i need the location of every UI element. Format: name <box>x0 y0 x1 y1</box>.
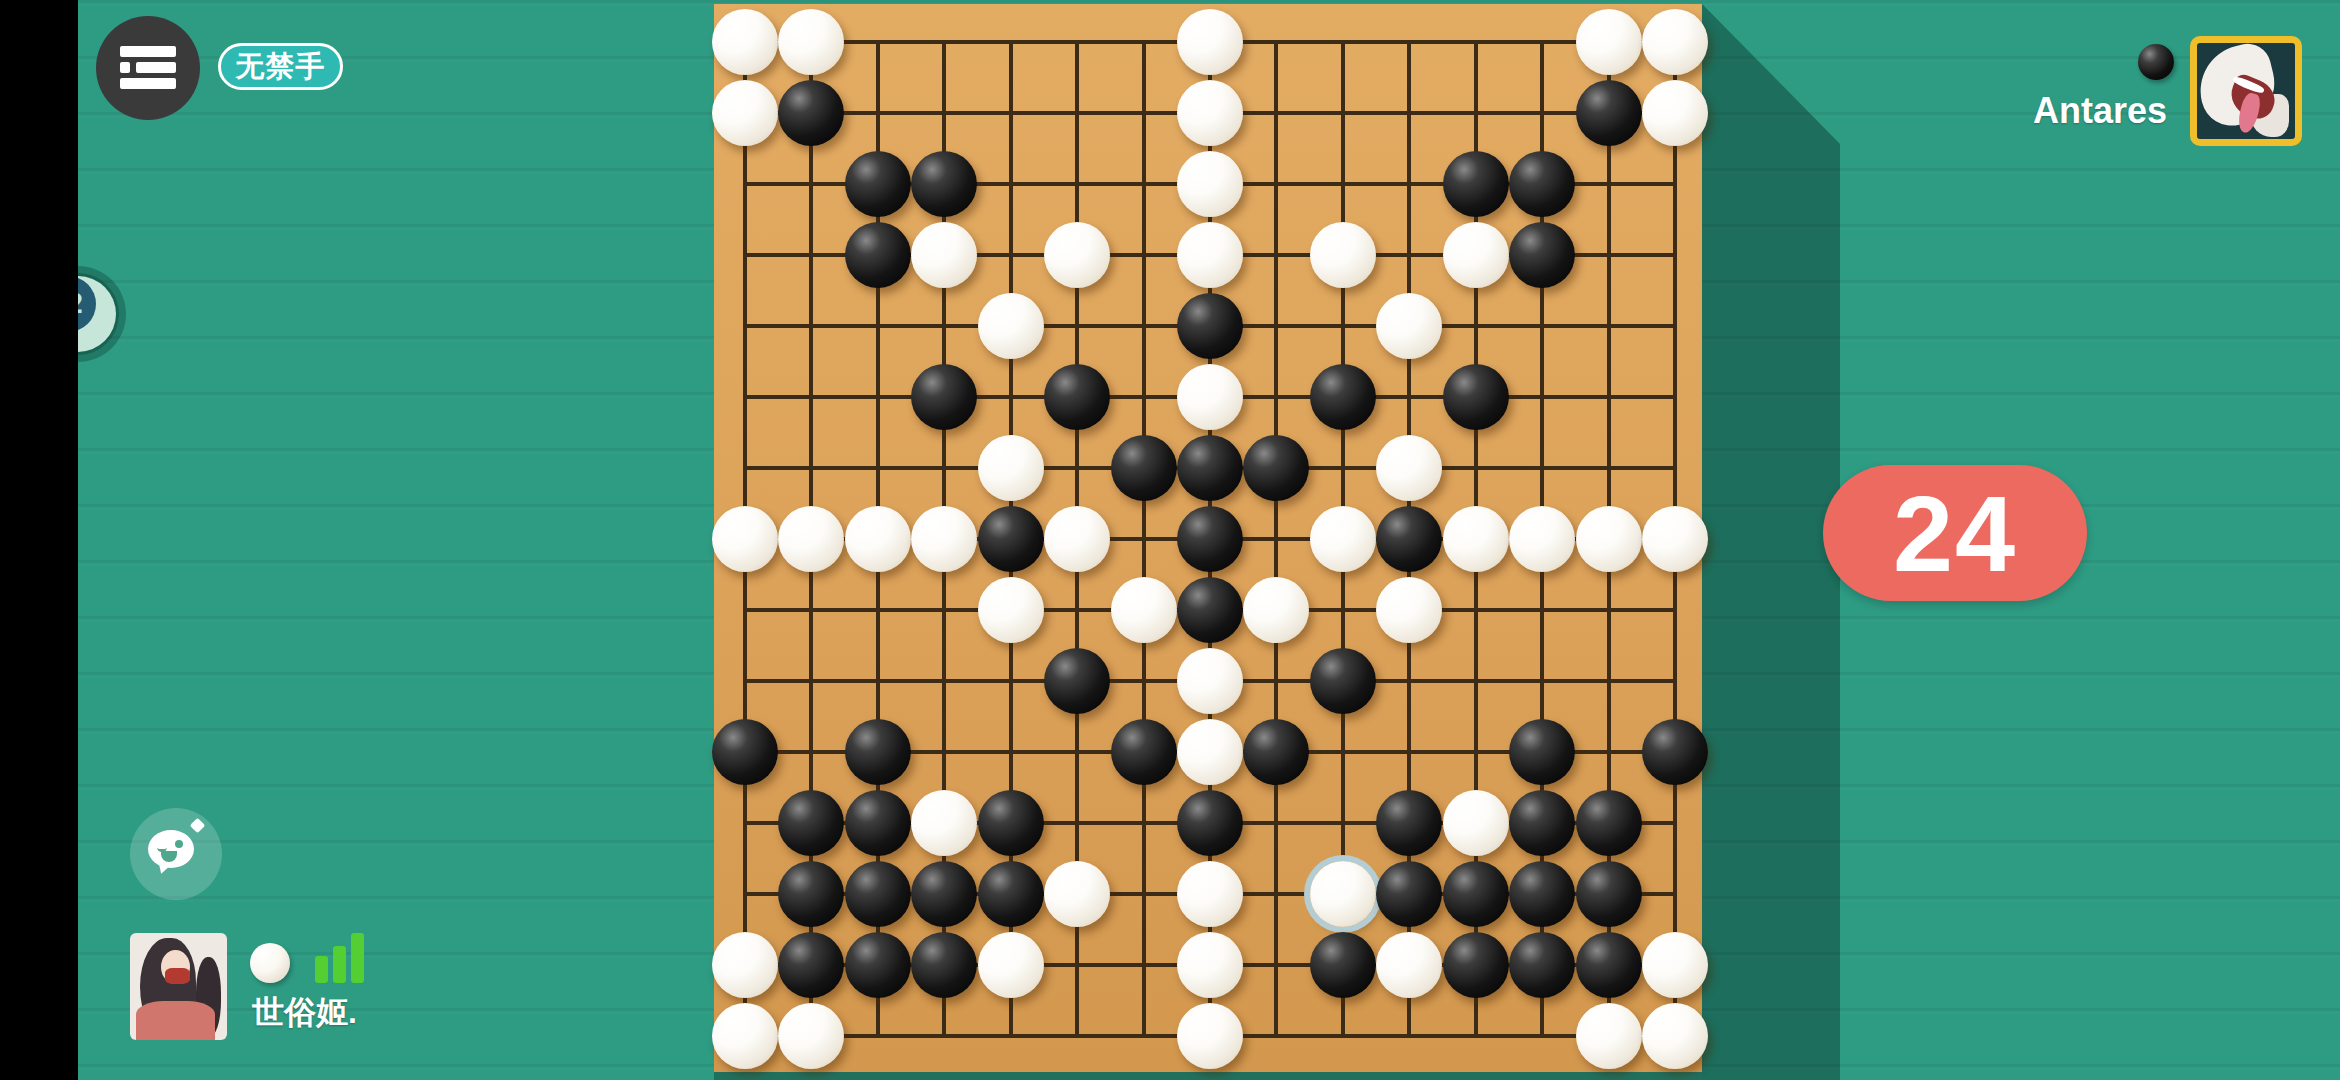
white-stone <box>1310 222 1376 288</box>
black-stone <box>1642 719 1708 785</box>
black-stone <box>1509 790 1575 856</box>
round-eye <box>175 840 183 848</box>
white-stone <box>1376 577 1442 643</box>
white-stone <box>1576 1003 1642 1069</box>
white-stone <box>1576 9 1642 75</box>
black-stone <box>1177 435 1243 501</box>
white-stone <box>712 932 778 998</box>
black-stone <box>1243 719 1309 785</box>
white-stone <box>1376 435 1442 501</box>
game-screen: 22 无禁手 世俗姬. Antare <box>0 0 2340 1080</box>
black-stone <box>845 790 911 856</box>
black-stone <box>1044 364 1110 430</box>
black-stone <box>845 151 911 217</box>
black-stone <box>1111 719 1177 785</box>
white-stone <box>1177 861 1243 927</box>
white-stone <box>1642 932 1708 998</box>
black-stone <box>1443 364 1509 430</box>
black-stone <box>1376 861 1442 927</box>
white-stone <box>845 506 911 572</box>
white-stone <box>1177 719 1243 785</box>
black-stone <box>1310 932 1376 998</box>
chat-emoji-button[interactable] <box>130 808 222 900</box>
black-stone <box>1509 932 1575 998</box>
white-stone <box>978 435 1044 501</box>
white-stone <box>1642 9 1708 75</box>
white-stone <box>1177 222 1243 288</box>
black-stone <box>1576 861 1642 927</box>
white-stone <box>911 222 977 288</box>
white-stone <box>1310 506 1376 572</box>
white-stone <box>1111 577 1177 643</box>
white-stone <box>712 1003 778 1069</box>
black-stone <box>1443 151 1509 217</box>
black-stone <box>1177 293 1243 359</box>
black-stone <box>978 790 1044 856</box>
black-stone <box>845 861 911 927</box>
black-stone <box>1509 861 1575 927</box>
white-stone-icon <box>250 943 290 983</box>
black-stone <box>845 719 911 785</box>
black-stone-icon <box>2138 44 2174 80</box>
opponent-player-name: Antares <box>2020 90 2180 132</box>
white-stone <box>1177 648 1243 714</box>
gomoku-board[interactable] <box>714 4 1702 1072</box>
black-stone <box>1509 719 1575 785</box>
black-stone <box>778 790 844 856</box>
white-stone <box>1509 506 1575 572</box>
white-stone <box>978 932 1044 998</box>
white-stone <box>1044 506 1110 572</box>
white-stone <box>1642 506 1708 572</box>
black-stone <box>1310 648 1376 714</box>
black-stone <box>911 861 977 927</box>
avatar-mask <box>165 968 190 984</box>
black-stone <box>1310 364 1376 430</box>
black-stone <box>1177 506 1243 572</box>
white-stone <box>778 9 844 75</box>
menu-button[interactable] <box>96 16 200 120</box>
avatar-dress <box>136 1001 216 1040</box>
chat-bubble-icon <box>148 830 194 868</box>
black-stone <box>1443 932 1509 998</box>
hamburger-icon <box>120 46 176 90</box>
self-player-name: 世俗姬. <box>252 991 357 1035</box>
black-stone <box>1376 506 1442 572</box>
black-stone <box>1443 861 1509 927</box>
black-stone <box>712 719 778 785</box>
white-stone <box>1243 577 1309 643</box>
black-stone <box>911 364 977 430</box>
white-stone <box>1177 151 1243 217</box>
black-stone <box>1509 151 1575 217</box>
black-stone <box>1576 80 1642 146</box>
white-stone <box>1642 80 1708 146</box>
white-stone <box>1044 861 1110 927</box>
white-stone <box>1443 790 1509 856</box>
black-stone <box>778 861 844 927</box>
white-stone <box>1576 506 1642 572</box>
grid-line <box>1274 40 1278 1038</box>
black-stone <box>1509 222 1575 288</box>
white-stone <box>1044 222 1110 288</box>
rule-badge-label: 无禁手 <box>236 47 326 87</box>
black-stone <box>911 932 977 998</box>
black-stone <box>1044 648 1110 714</box>
move-timer-badge: 24 <box>1823 465 2087 601</box>
black-stone <box>1376 790 1442 856</box>
white-stone <box>1443 506 1509 572</box>
white-stone <box>911 790 977 856</box>
white-stone <box>978 577 1044 643</box>
black-stone <box>1243 435 1309 501</box>
black-stone <box>1111 435 1177 501</box>
black-stone <box>978 506 1044 572</box>
black-stone <box>845 932 911 998</box>
black-stone <box>1576 790 1642 856</box>
white-stone <box>712 9 778 75</box>
black-stone <box>1576 932 1642 998</box>
black-stone <box>1177 577 1243 643</box>
sparkle-icon <box>190 818 206 834</box>
black-stone <box>778 932 844 998</box>
connection-signal-icon <box>315 933 375 983</box>
white-stone <box>1376 932 1442 998</box>
white-stone <box>978 293 1044 359</box>
board-drop-shadow <box>1702 4 1840 1080</box>
screen-edge-black-bar <box>0 0 78 1080</box>
white-stone <box>1177 364 1243 430</box>
self-avatar[interactable] <box>130 933 227 1040</box>
white-stone <box>1310 861 1376 927</box>
white-stone <box>712 80 778 146</box>
white-stone <box>1177 9 1243 75</box>
opponent-avatar[interactable] <box>2190 36 2302 146</box>
white-stone <box>778 506 844 572</box>
white-stone <box>712 506 778 572</box>
smile-mouth <box>161 851 177 862</box>
white-stone <box>1443 222 1509 288</box>
white-stone <box>911 506 977 572</box>
rule-badge: 无禁手 <box>218 43 343 90</box>
white-stone <box>1177 932 1243 998</box>
white-stone <box>1177 1003 1243 1069</box>
black-stone <box>1177 790 1243 856</box>
board-bottom-shadow <box>714 1072 1702 1080</box>
black-stone <box>845 222 911 288</box>
black-stone <box>911 151 977 217</box>
move-timer-value: 24 <box>1893 471 2017 596</box>
black-stone <box>778 80 844 146</box>
white-stone <box>1642 1003 1708 1069</box>
white-stone <box>778 1003 844 1069</box>
black-stone <box>978 861 1044 927</box>
white-stone <box>1177 80 1243 146</box>
white-stone <box>1376 293 1442 359</box>
